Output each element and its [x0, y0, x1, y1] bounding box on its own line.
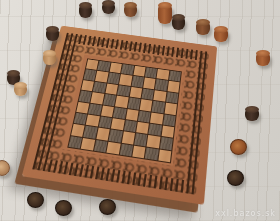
board-cell-r5c3[interactable]	[101, 105, 114, 117]
board-cell-r7c1[interactable]	[71, 124, 85, 136]
board-cell-r7c2[interactable]	[84, 126, 98, 139]
board-cell-r8c5[interactable]	[119, 143, 133, 156]
piece-top-face	[0, 160, 10, 176]
light-piece-13[interactable]	[0, 160, 10, 176]
board-cell-r6c1[interactable]	[74, 113, 88, 125]
dark-piece-15[interactable]	[55, 200, 72, 216]
board-cell-r5c4[interactable]	[113, 107, 126, 119]
board-grid	[67, 58, 182, 163]
board-cell-r7c7[interactable]	[147, 135, 160, 148]
piece-top-face	[230, 139, 247, 155]
piece-cylinder-top	[196, 19, 210, 26]
board-cell-r2c3[interactable]	[107, 73, 120, 84]
board-cell-r8c7[interactable]	[145, 147, 158, 160]
board-cell-r3c2[interactable]	[93, 82, 106, 93]
board-cell-r4c6[interactable]	[140, 99, 153, 111]
board-cell-r4c8[interactable]	[164, 103, 177, 115]
piece-cylinder-top	[79, 2, 92, 9]
board-cell-r4c3[interactable]	[103, 94, 116, 106]
dark-piece-2[interactable]	[102, 0, 115, 14]
board-cell-r8c1[interactable]	[68, 136, 82, 149]
piece-cylinder-top	[245, 106, 259, 113]
light-piece-10[interactable]	[43, 50, 56, 65]
piece-top-face	[55, 200, 72, 216]
board-cell-r5c8[interactable]	[163, 114, 176, 126]
piece-cylinder-top	[102, 0, 115, 7]
red-piece-8[interactable]	[256, 50, 270, 66]
board-cell-r5c6[interactable]	[138, 110, 151, 122]
piece-cylinder-top	[172, 14, 185, 21]
celtic-knot-border	[32, 33, 209, 195]
board-cell-r6c2[interactable]	[86, 114, 99, 126]
piece-top-face	[27, 192, 44, 208]
med-piece-3[interactable]	[124, 2, 137, 17]
board-cell-r7c5[interactable]	[121, 132, 134, 145]
board-cell-r2c5[interactable]	[131, 76, 144, 87]
board-cell-r2c8[interactable]	[167, 81, 179, 92]
board-inner-margin	[63, 55, 184, 166]
board-cell-r5c1[interactable]	[76, 102, 89, 114]
table-background: xxl.bazos.sk	[0, 0, 280, 221]
board-cell-r4c4[interactable]	[115, 96, 128, 108]
board-cell-r2c2[interactable]	[95, 71, 108, 82]
board-cell-r3c7[interactable]	[154, 90, 167, 102]
dark-piece-19[interactable]	[227, 170, 244, 186]
dark-piece-17[interactable]	[245, 106, 259, 121]
board-cell-r6c4[interactable]	[111, 118, 124, 130]
board-cell-r1c5[interactable]	[133, 66, 145, 77]
photo-watermark: xxl.bazos.sk	[215, 209, 276, 218]
board-cell-r2c1[interactable]	[84, 70, 97, 81]
board-cell-r8c6[interactable]	[132, 145, 145, 158]
board-cell-r1c8[interactable]	[169, 71, 181, 82]
board-cell-r2c4[interactable]	[119, 74, 132, 85]
board-cell-r5c5[interactable]	[125, 109, 138, 121]
red-piece-7[interactable]	[214, 26, 228, 42]
med-piece-6[interactable]	[196, 19, 210, 35]
board-cell-r1c2[interactable]	[98, 61, 111, 72]
board-cell-r3c4[interactable]	[117, 85, 130, 96]
piece-top-face	[227, 170, 244, 186]
board-cell-r6c7[interactable]	[149, 124, 162, 136]
board-cell-r1c4[interactable]	[121, 64, 133, 75]
piece-cylinder-top	[158, 2, 172, 9]
board-cell-r7c3[interactable]	[96, 128, 110, 141]
board-cell-r1c6[interactable]	[145, 67, 157, 78]
board-cell-r3c3[interactable]	[105, 83, 118, 94]
board-cell-r4c1[interactable]	[79, 91, 92, 103]
board-cell-r6c3[interactable]	[99, 116, 112, 128]
piece-cylinder-top	[214, 26, 228, 33]
board-cell-r6c8[interactable]	[161, 125, 174, 138]
piece-top-face	[99, 199, 116, 215]
piece-cylinder-top	[124, 2, 137, 9]
dark-piece-14[interactable]	[27, 192, 44, 208]
board-cell-r8c2[interactable]	[81, 138, 95, 151]
board-cell-r7c4[interactable]	[109, 130, 123, 143]
board-cell-r1c1[interactable]	[86, 59, 99, 70]
board-cell-r4c5[interactable]	[127, 97, 140, 109]
board-cell-r7c8[interactable]	[160, 137, 173, 150]
board-cell-r5c7[interactable]	[150, 112, 163, 124]
dark-piece-9[interactable]	[46, 26, 59, 41]
board-cell-r6c5[interactable]	[123, 120, 136, 132]
board-cell-r5c2[interactable]	[89, 103, 102, 115]
board-cell-r2c6[interactable]	[143, 78, 155, 89]
board-cell-r4c2[interactable]	[91, 92, 104, 104]
piece-cylinder-top	[256, 50, 270, 57]
board-cell-r7c6[interactable]	[134, 133, 147, 146]
board-cell-r4c7[interactable]	[152, 101, 165, 113]
piece-cylinder-top	[43, 50, 56, 57]
piece-cylinder-top	[7, 70, 20, 77]
board-cell-r1c3[interactable]	[109, 63, 122, 74]
dark-piece-1[interactable]	[79, 2, 92, 18]
board-cell-r3c6[interactable]	[141, 88, 154, 100]
board-cell-r3c8[interactable]	[166, 92, 178, 104]
board-cell-r8c4[interactable]	[107, 141, 121, 154]
light-piece-12[interactable]	[14, 82, 27, 96]
dark-piece-16[interactable]	[99, 199, 116, 215]
piece-cylinder-top	[46, 26, 59, 33]
board-cell-r8c3[interactable]	[94, 140, 108, 153]
board-cell-r1c7[interactable]	[157, 69, 169, 80]
red-piece-4[interactable]	[158, 2, 172, 24]
board-cell-r3c5[interactable]	[129, 87, 142, 99]
board-cell-r2c7[interactable]	[155, 79, 167, 90]
piece-cylinder-top	[14, 82, 27, 89]
board-cell-r6c6[interactable]	[136, 122, 149, 134]
board-cell-r8c8[interactable]	[158, 149, 171, 162]
dark-piece-5[interactable]	[172, 14, 185, 30]
red-piece-18[interactable]	[230, 139, 247, 155]
board-cell-r3c1[interactable]	[81, 80, 94, 91]
